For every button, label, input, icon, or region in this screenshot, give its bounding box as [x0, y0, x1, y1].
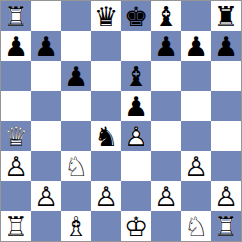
square-f8[interactable]: ♝: [151, 1, 181, 31]
square-h5[interactable]: [211, 91, 241, 121]
piece-fill-glyph: ♞: [91, 121, 121, 151]
square-e7[interactable]: [121, 31, 151, 61]
square-h2[interactable]: ♟♙: [211, 181, 241, 211]
square-a8[interactable]: ♜♖: [1, 1, 31, 31]
square-a3[interactable]: ♟♙: [1, 151, 31, 181]
square-d6[interactable]: [91, 61, 121, 91]
piece-fill-glyph: ♚: [121, 1, 151, 31]
square-g7[interactable]: ♟: [181, 31, 211, 61]
square-g4[interactable]: [181, 121, 211, 151]
square-c7[interactable]: [61, 31, 91, 61]
square-e2[interactable]: [121, 181, 151, 211]
piece-fill-glyph: ♟: [31, 31, 61, 61]
piece-outline-glyph: ♙: [211, 181, 241, 211]
square-b3[interactable]: [31, 151, 61, 181]
piece-outline-glyph: ♖: [1, 211, 31, 241]
square-f4[interactable]: [151, 121, 181, 151]
square-f7[interactable]: ♟: [151, 31, 181, 61]
white-pawn-a3[interactable]: ♟♙: [1, 151, 31, 181]
square-h4[interactable]: [211, 121, 241, 151]
square-g8[interactable]: [181, 1, 211, 31]
square-g1[interactable]: ♞♘: [181, 211, 211, 241]
square-c3[interactable]: ♞♘: [61, 151, 91, 181]
piece-outline-glyph: ♙: [151, 181, 181, 211]
black-king-e8[interactable]: ♚: [121, 1, 151, 31]
black-rook-h8[interactable]: ♜: [211, 1, 241, 31]
square-h6[interactable]: [211, 61, 241, 91]
square-d1[interactable]: [91, 211, 121, 241]
white-queen-a4[interactable]: ♛♕: [1, 121, 31, 151]
square-g2[interactable]: [181, 181, 211, 211]
square-g3[interactable]: ♟♙: [181, 151, 211, 181]
black-pawn-f7[interactable]: ♟: [151, 31, 181, 61]
piece-outline-glyph: ♙: [31, 181, 61, 211]
square-b8[interactable]: [31, 1, 61, 31]
piece-outline-glyph: ♖: [1, 1, 31, 31]
square-a4[interactable]: ♛♕: [1, 121, 31, 151]
black-pawn-h7[interactable]: ♟: [211, 31, 241, 61]
white-knight-g1[interactable]: ♞♘: [181, 211, 211, 241]
square-e1[interactable]: ♚♔: [121, 211, 151, 241]
square-d4[interactable]: ♞: [91, 121, 121, 151]
square-h3[interactable]: [211, 151, 241, 181]
piece-fill-glyph: ♟: [151, 31, 181, 61]
black-pawn-b7[interactable]: ♟: [31, 31, 61, 61]
piece-fill-glyph: ♟: [211, 31, 241, 61]
square-d2[interactable]: ♟♙: [91, 181, 121, 211]
square-d8[interactable]: ♛: [91, 1, 121, 31]
square-h1[interactable]: ♜♖: [211, 211, 241, 241]
piece-fill-glyph: ♟: [181, 31, 211, 61]
piece-outline-glyph: ♕: [1, 121, 31, 151]
square-b1[interactable]: [31, 211, 61, 241]
piece-outline-glyph: ♗: [61, 211, 91, 241]
square-d7[interactable]: [91, 31, 121, 61]
square-a2[interactable]: [1, 181, 31, 211]
square-b2[interactable]: ♟♙: [31, 181, 61, 211]
piece-fill-glyph: ♛: [91, 1, 121, 31]
piece-outline-glyph: ♘: [61, 151, 91, 181]
square-b4[interactable]: [31, 121, 61, 151]
piece-outline-glyph: ♙: [91, 181, 121, 211]
white-bishop-c1[interactable]: ♝♗: [61, 211, 91, 241]
white-pawn-d2[interactable]: ♟♙: [91, 181, 121, 211]
square-f6[interactable]: [151, 61, 181, 91]
square-a5[interactable]: [1, 91, 31, 121]
square-e8[interactable]: ♚: [121, 1, 151, 31]
square-e4[interactable]: ♟♙: [121, 121, 151, 151]
square-d5[interactable]: [91, 91, 121, 121]
square-e3[interactable]: [121, 151, 151, 181]
piece-outline-glyph: ♙: [181, 151, 211, 181]
piece-fill-glyph: ♟: [1, 31, 31, 61]
piece-fill-glyph: ♟: [121, 91, 151, 121]
square-g6[interactable]: [181, 61, 211, 91]
white-pawn-g3[interactable]: ♟♙: [181, 151, 211, 181]
white-pawn-b2[interactable]: ♟♙: [31, 181, 61, 211]
square-c6[interactable]: ♟: [61, 61, 91, 91]
square-h7[interactable]: ♟: [211, 31, 241, 61]
square-e5[interactable]: ♟: [121, 91, 151, 121]
piece-fill-glyph: ♝: [121, 61, 151, 91]
square-c5[interactable]: [61, 91, 91, 121]
black-pawn-a7[interactable]: ♟: [1, 31, 31, 61]
piece-outline-glyph: ♘: [181, 211, 211, 241]
black-pawn-c6[interactable]: ♟: [61, 61, 91, 91]
piece-outline-glyph: ♙: [121, 121, 151, 151]
square-a6[interactable]: [1, 61, 31, 91]
white-knight-c3[interactable]: ♞♘: [61, 151, 91, 181]
square-f5[interactable]: [151, 91, 181, 121]
white-rook-a1[interactable]: ♜♖: [1, 211, 31, 241]
square-b5[interactable]: [31, 91, 61, 121]
square-f1[interactable]: [151, 211, 181, 241]
square-g5[interactable]: [181, 91, 211, 121]
black-pawn-e5[interactable]: ♟: [121, 91, 151, 121]
piece-outline-glyph: ♔: [121, 211, 151, 241]
chess-board: ♜♖♛♚♝♜♟♟♟♟♟♟♝♟♛♕♞♟♙♟♙♞♘♟♙♟♙♟♙♟♙♟♙♜♖♝♗♚♔♞…: [0, 0, 242, 242]
black-bishop-e6[interactable]: ♝: [121, 61, 151, 91]
square-f3[interactable]: [151, 151, 181, 181]
black-knight-d4[interactable]: ♞: [91, 121, 121, 151]
square-e6[interactable]: ♝: [121, 61, 151, 91]
white-pawn-e4[interactable]: ♟♙: [121, 121, 151, 151]
white-rook-h1[interactable]: ♜♖: [211, 211, 241, 241]
square-c8[interactable]: [61, 1, 91, 31]
square-c4[interactable]: [61, 121, 91, 151]
black-queen-d8[interactable]: ♛: [91, 1, 121, 31]
white-rook-a8[interactable]: ♜♖: [1, 1, 31, 31]
piece-fill-glyph: ♜: [211, 1, 241, 31]
square-c2[interactable]: [61, 181, 91, 211]
square-b6[interactable]: [31, 61, 61, 91]
white-pawn-h2[interactable]: ♟♙: [211, 181, 241, 211]
square-a7[interactable]: ♟: [1, 31, 31, 61]
piece-fill-glyph: ♟: [61, 61, 91, 91]
square-a1[interactable]: ♜♖: [1, 211, 31, 241]
piece-outline-glyph: ♙: [1, 151, 31, 181]
piece-fill-glyph: ♝: [151, 1, 181, 31]
white-king-e1[interactable]: ♚♔: [121, 211, 151, 241]
square-b7[interactable]: ♟: [31, 31, 61, 61]
square-f2[interactable]: ♟♙: [151, 181, 181, 211]
square-h8[interactable]: ♜: [211, 1, 241, 31]
black-pawn-g7[interactable]: ♟: [181, 31, 211, 61]
piece-outline-glyph: ♖: [211, 211, 241, 241]
white-pawn-f2[interactable]: ♟♙: [151, 181, 181, 211]
square-c1[interactable]: ♝♗: [61, 211, 91, 241]
square-d3[interactable]: [91, 151, 121, 181]
black-bishop-f8[interactable]: ♝: [151, 1, 181, 31]
